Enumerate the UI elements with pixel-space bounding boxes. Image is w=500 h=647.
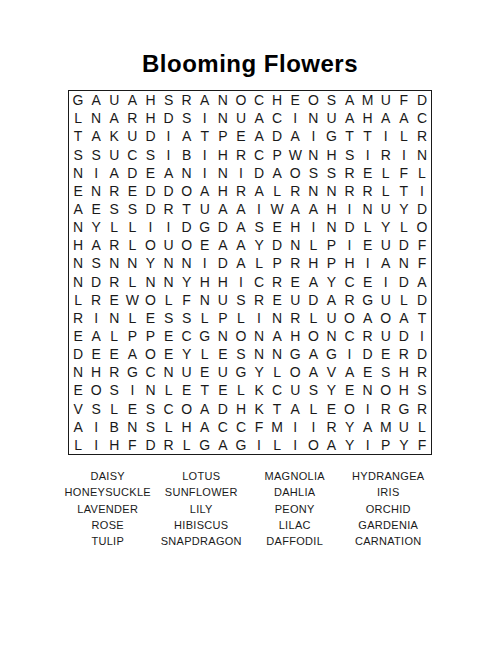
grid-cell[interactable]: S: [123, 200, 141, 218]
grid-cell[interactable]: S: [341, 145, 359, 163]
grid-cell[interactable]: O: [178, 400, 196, 418]
grid-cell[interactable]: C: [123, 145, 141, 163]
grid-cell[interactable]: H: [395, 381, 413, 399]
grid-cell[interactable]: E: [232, 127, 250, 145]
grid-cell[interactable]: I: [377, 272, 395, 290]
grid-cell[interactable]: Y: [395, 200, 413, 218]
grid-cell[interactable]: N: [105, 254, 123, 272]
grid-cell[interactable]: O: [304, 327, 322, 345]
grid-cell[interactable]: A: [250, 127, 268, 145]
grid-cell[interactable]: R: [160, 436, 178, 454]
grid-cell[interactable]: D: [268, 236, 286, 254]
grid-cell[interactable]: G: [359, 291, 377, 309]
grid-cell[interactable]: H: [322, 145, 340, 163]
grid-cell[interactable]: I: [286, 109, 304, 127]
grid-cell[interactable]: N: [359, 381, 377, 399]
grid-cell[interactable]: L: [395, 291, 413, 309]
grid-cell[interactable]: E: [69, 182, 87, 200]
grid-cell[interactable]: L: [413, 164, 431, 182]
grid-cell[interactable]: H: [141, 91, 159, 109]
grid-cell[interactable]: R: [123, 109, 141, 127]
grid-cell[interactable]: U: [322, 309, 340, 327]
grid-cell[interactable]: Y: [395, 436, 413, 454]
grid-cell[interactable]: U: [286, 291, 304, 309]
grid-cell[interactable]: L: [105, 327, 123, 345]
grid-cell[interactable]: O: [178, 236, 196, 254]
grid-cell[interactable]: U: [105, 145, 123, 163]
grid-cell[interactable]: A: [304, 363, 322, 381]
grid-cell[interactable]: D: [214, 254, 232, 272]
grid-cell[interactable]: I: [359, 436, 377, 454]
grid-cell[interactable]: A: [87, 127, 105, 145]
grid-cell[interactable]: H: [232, 400, 250, 418]
grid-cell[interactable]: G: [395, 400, 413, 418]
grid-cell[interactable]: L: [105, 218, 123, 236]
grid-cell[interactable]: E: [123, 400, 141, 418]
grid-cell[interactable]: U: [377, 291, 395, 309]
grid-cell[interactable]: R: [377, 400, 395, 418]
grid-cell[interactable]: I: [87, 436, 105, 454]
grid-cell[interactable]: N: [69, 363, 87, 381]
grid-cell[interactable]: L: [69, 436, 87, 454]
grid-cell[interactable]: I: [160, 218, 178, 236]
grid-cell[interactable]: A: [268, 327, 286, 345]
grid-cell[interactable]: A: [395, 109, 413, 127]
grid-cell[interactable]: L: [123, 309, 141, 327]
grid-cell[interactable]: H: [359, 109, 377, 127]
grid-cell[interactable]: Y: [178, 345, 196, 363]
grid-cell[interactable]: D: [214, 400, 232, 418]
grid-cell[interactable]: L: [250, 254, 268, 272]
grid-cell[interactable]: A: [341, 91, 359, 109]
grid-cell[interactable]: D: [141, 127, 159, 145]
grid-cell[interactable]: O: [304, 91, 322, 109]
grid-cell[interactable]: A: [268, 164, 286, 182]
grid-cell[interactable]: A: [105, 164, 123, 182]
grid-cell[interactable]: E: [105, 291, 123, 309]
grid-cell[interactable]: L: [160, 291, 178, 309]
grid-cell[interactable]: N: [322, 182, 340, 200]
grid-cell[interactable]: Y: [341, 418, 359, 436]
grid-cell[interactable]: O: [377, 381, 395, 399]
grid-cell[interactable]: D: [250, 164, 268, 182]
grid-cell[interactable]: A: [304, 272, 322, 290]
grid-cell[interactable]: L: [160, 418, 178, 436]
grid-cell[interactable]: N: [250, 327, 268, 345]
grid-cell[interactable]: U: [377, 200, 395, 218]
grid-cell[interactable]: L: [377, 164, 395, 182]
grid-cell[interactable]: I: [232, 164, 250, 182]
grid-cell[interactable]: W: [268, 200, 286, 218]
grid-cell[interactable]: O: [377, 309, 395, 327]
grid-cell[interactable]: N: [250, 345, 268, 363]
grid-cell[interactable]: C: [250, 91, 268, 109]
grid-cell[interactable]: M: [377, 418, 395, 436]
grid-cell[interactable]: A: [341, 363, 359, 381]
grid-cell[interactable]: A: [304, 345, 322, 363]
grid-cell[interactable]: A: [196, 182, 214, 200]
grid-cell[interactable]: A: [69, 200, 87, 218]
grid-cell[interactable]: R: [250, 291, 268, 309]
grid-cell[interactable]: A: [232, 218, 250, 236]
grid-cell[interactable]: A: [87, 327, 105, 345]
grid-cell[interactable]: C: [178, 327, 196, 345]
grid-cell[interactable]: N: [286, 236, 304, 254]
grid-cell[interactable]: N: [87, 182, 105, 200]
grid-cell[interactable]: I: [160, 145, 178, 163]
grid-cell[interactable]: A: [250, 182, 268, 200]
grid-cell[interactable]: E: [87, 200, 105, 218]
grid-cell[interactable]: E: [196, 363, 214, 381]
grid-cell[interactable]: D: [268, 127, 286, 145]
grid-cell[interactable]: L: [413, 418, 431, 436]
grid-cell[interactable]: R: [286, 182, 304, 200]
grid-cell[interactable]: E: [141, 309, 159, 327]
grid-cell[interactable]: C: [214, 418, 232, 436]
grid-cell[interactable]: R: [341, 182, 359, 200]
grid-cell[interactable]: S: [250, 218, 268, 236]
grid-cell[interactable]: C: [341, 272, 359, 290]
grid-cell[interactable]: I: [196, 145, 214, 163]
grid-cell[interactable]: O: [178, 182, 196, 200]
grid-cell[interactable]: A: [413, 272, 431, 290]
grid-cell[interactable]: O: [286, 363, 304, 381]
grid-cell[interactable]: C: [268, 109, 286, 127]
grid-cell[interactable]: A: [214, 436, 232, 454]
grid-cell[interactable]: N: [322, 327, 340, 345]
grid-cell[interactable]: R: [105, 272, 123, 290]
grid-cell[interactable]: R: [377, 145, 395, 163]
grid-cell[interactable]: A: [286, 200, 304, 218]
grid-cell[interactable]: I: [286, 436, 304, 454]
grid-cell[interactable]: L: [178, 436, 196, 454]
grid-cell[interactable]: T: [196, 381, 214, 399]
grid-cell[interactable]: I: [359, 400, 377, 418]
grid-cell[interactable]: D: [87, 272, 105, 290]
grid-cell[interactable]: N: [196, 291, 214, 309]
grid-cell[interactable]: C: [250, 145, 268, 163]
grid-cell[interactable]: I: [87, 418, 105, 436]
grid-cell[interactable]: N: [87, 109, 105, 127]
grid-cell[interactable]: G: [286, 345, 304, 363]
grid-cell[interactable]: T: [413, 309, 431, 327]
grid-cell[interactable]: U: [178, 363, 196, 381]
grid-cell[interactable]: L: [268, 363, 286, 381]
grid-cell[interactable]: L: [232, 381, 250, 399]
grid-cell[interactable]: U: [196, 200, 214, 218]
grid-cell[interactable]: N: [214, 109, 232, 127]
grid-cell[interactable]: E: [69, 327, 87, 345]
grid-cell[interactable]: Y: [377, 218, 395, 236]
grid-cell[interactable]: I: [359, 254, 377, 272]
grid-cell[interactable]: A: [304, 200, 322, 218]
grid-cell[interactable]: G: [232, 363, 250, 381]
grid-cell[interactable]: R: [359, 182, 377, 200]
grid-cell[interactable]: S: [87, 145, 105, 163]
grid-cell[interactable]: E: [214, 345, 232, 363]
grid-cell[interactable]: P: [322, 254, 340, 272]
grid-cell[interactable]: L: [304, 309, 322, 327]
grid-cell[interactable]: K: [250, 381, 268, 399]
grid-cell[interactable]: A: [196, 418, 214, 436]
grid-cell[interactable]: E: [322, 400, 340, 418]
grid-cell[interactable]: R: [286, 254, 304, 272]
grid-cell[interactable]: A: [232, 200, 250, 218]
grid-cell[interactable]: F: [250, 418, 268, 436]
grid-cell[interactable]: D: [395, 327, 413, 345]
grid-cell[interactable]: H: [395, 363, 413, 381]
grid-cell[interactable]: L: [69, 291, 87, 309]
grid-cell[interactable]: D: [395, 272, 413, 290]
grid-cell[interactable]: D: [141, 200, 159, 218]
grid-cell[interactable]: A: [322, 291, 340, 309]
grid-cell[interactable]: A: [322, 436, 340, 454]
grid-cell[interactable]: I: [250, 309, 268, 327]
grid-cell[interactable]: D: [413, 345, 431, 363]
grid-cell[interactable]: S: [141, 400, 159, 418]
grid-cell[interactable]: L: [268, 436, 286, 454]
grid-cell[interactable]: A: [377, 109, 395, 127]
grid-cell[interactable]: E: [377, 345, 395, 363]
grid-cell[interactable]: F: [178, 291, 196, 309]
grid-cell[interactable]: F: [395, 91, 413, 109]
grid-cell[interactable]: S: [413, 381, 431, 399]
grid-cell[interactable]: H: [141, 109, 159, 127]
grid-cell[interactable]: S: [105, 381, 123, 399]
grid-cell[interactable]: N: [178, 164, 196, 182]
grid-cell[interactable]: N: [141, 272, 159, 290]
grid-cell[interactable]: H: [286, 218, 304, 236]
grid-cell[interactable]: P: [123, 327, 141, 345]
grid-cell[interactable]: O: [304, 436, 322, 454]
grid-cell[interactable]: E: [359, 363, 377, 381]
grid-cell[interactable]: N: [160, 272, 178, 290]
grid-cell[interactable]: U: [395, 418, 413, 436]
grid-cell[interactable]: E: [286, 91, 304, 109]
grid-cell[interactable]: O: [341, 309, 359, 327]
grid-cell[interactable]: N: [268, 345, 286, 363]
grid-cell[interactable]: M: [359, 91, 377, 109]
grid-cell[interactable]: T: [268, 400, 286, 418]
grid-cell[interactable]: A: [196, 91, 214, 109]
grid-cell[interactable]: I: [413, 327, 431, 345]
grid-cell[interactable]: I: [196, 109, 214, 127]
grid-cell[interactable]: D: [304, 291, 322, 309]
grid-cell[interactable]: A: [214, 200, 232, 218]
grid-cell[interactable]: L: [196, 345, 214, 363]
grid-cell[interactable]: P: [268, 145, 286, 163]
grid-cell[interactable]: U: [377, 236, 395, 254]
grid-cell[interactable]: A: [359, 309, 377, 327]
grid-cell[interactable]: N: [304, 109, 322, 127]
grid-cell[interactable]: A: [123, 91, 141, 109]
grid-cell[interactable]: F: [413, 254, 431, 272]
grid-cell[interactable]: R: [413, 363, 431, 381]
grid-cell[interactable]: U: [322, 109, 340, 127]
grid-cell[interactable]: T: [359, 127, 377, 145]
grid-cell[interactable]: D: [413, 200, 431, 218]
grid-cell[interactable]: A: [232, 236, 250, 254]
grid-cell[interactable]: E: [160, 327, 178, 345]
grid-cell[interactable]: O: [232, 327, 250, 345]
grid-cell[interactable]: I: [286, 418, 304, 436]
grid-cell[interactable]: A: [178, 127, 196, 145]
grid-cell[interactable]: N: [123, 418, 141, 436]
grid-cell[interactable]: S: [322, 91, 340, 109]
grid-cell[interactable]: E: [105, 345, 123, 363]
grid-cell[interactable]: R: [268, 272, 286, 290]
grid-cell[interactable]: F: [123, 436, 141, 454]
grid-cell[interactable]: U: [377, 327, 395, 345]
grid-cell[interactable]: N: [413, 145, 431, 163]
grid-cell[interactable]: I: [304, 127, 322, 145]
grid-cell[interactable]: I: [196, 254, 214, 272]
grid-cell[interactable]: A: [87, 236, 105, 254]
grid-cell[interactable]: T: [395, 182, 413, 200]
grid-cell[interactable]: P: [214, 127, 232, 145]
grid-cell[interactable]: S: [232, 291, 250, 309]
grid-cell[interactable]: L: [196, 309, 214, 327]
grid-cell[interactable]: Y: [341, 436, 359, 454]
grid-cell[interactable]: P: [268, 254, 286, 272]
grid-cell[interactable]: B: [178, 145, 196, 163]
grid-cell[interactable]: H: [286, 327, 304, 345]
grid-cell[interactable]: E: [268, 218, 286, 236]
grid-cell[interactable]: I: [87, 309, 105, 327]
grid-cell[interactable]: U: [232, 109, 250, 127]
grid-cell[interactable]: S: [304, 164, 322, 182]
grid-cell[interactable]: N: [304, 145, 322, 163]
grid-cell[interactable]: E: [178, 381, 196, 399]
grid-cell[interactable]: A: [395, 309, 413, 327]
grid-cell[interactable]: C: [413, 109, 431, 127]
grid-cell[interactable]: E: [286, 272, 304, 290]
grid-cell[interactable]: A: [341, 109, 359, 127]
grid-cell[interactable]: N: [395, 254, 413, 272]
grid-cell[interactable]: D: [123, 164, 141, 182]
grid-cell[interactable]: V: [322, 363, 340, 381]
grid-cell[interactable]: H: [214, 145, 232, 163]
grid-cell[interactable]: R: [105, 236, 123, 254]
grid-cell[interactable]: T: [69, 127, 87, 145]
grid-cell[interactable]: S: [105, 200, 123, 218]
grid-cell[interactable]: O: [87, 381, 105, 399]
grid-cell[interactable]: I: [232, 272, 250, 290]
grid-cell[interactable]: S: [322, 164, 340, 182]
grid-cell[interactable]: K: [105, 127, 123, 145]
grid-cell[interactable]: A: [123, 345, 141, 363]
grid-cell[interactable]: Y: [141, 254, 159, 272]
grid-cell[interactable]: O: [341, 400, 359, 418]
grid-cell[interactable]: E: [359, 272, 377, 290]
grid-cell[interactable]: G: [69, 91, 87, 109]
grid-cell[interactable]: I: [304, 218, 322, 236]
grid-cell[interactable]: L: [359, 218, 377, 236]
grid-cell[interactable]: N: [214, 91, 232, 109]
grid-cell[interactable]: R: [232, 182, 250, 200]
grid-cell[interactable]: T: [178, 200, 196, 218]
grid-cell[interactable]: Y: [178, 272, 196, 290]
grid-cell[interactable]: R: [178, 91, 196, 109]
grid-cell[interactable]: A: [160, 164, 178, 182]
grid-cell[interactable]: D: [413, 91, 431, 109]
grid-cell[interactable]: R: [286, 309, 304, 327]
grid-cell[interactable]: U: [123, 127, 141, 145]
grid-cell[interactable]: R: [341, 164, 359, 182]
grid-cell[interactable]: H: [196, 272, 214, 290]
grid-cell[interactable]: L: [123, 218, 141, 236]
grid-cell[interactable]: I: [341, 200, 359, 218]
grid-cell[interactable]: D: [214, 218, 232, 236]
grid-cell[interactable]: S: [160, 309, 178, 327]
grid-cell[interactable]: S: [87, 400, 105, 418]
grid-cell[interactable]: W: [123, 291, 141, 309]
grid-cell[interactable]: N: [160, 363, 178, 381]
grid-cell[interactable]: I: [250, 436, 268, 454]
grid-cell[interactable]: E: [341, 381, 359, 399]
grid-cell[interactable]: I: [359, 145, 377, 163]
grid-cell[interactable]: N: [322, 218, 340, 236]
grid-cell[interactable]: L: [232, 309, 250, 327]
grid-cell[interactable]: Y: [87, 218, 105, 236]
grid-cell[interactable]: S: [160, 91, 178, 109]
grid-cell[interactable]: N: [214, 327, 232, 345]
grid-cell[interactable]: Y: [250, 236, 268, 254]
grid-cell[interactable]: L: [105, 400, 123, 418]
grid-cell[interactable]: S: [178, 309, 196, 327]
grid-cell[interactable]: S: [178, 109, 196, 127]
grid-cell[interactable]: E: [123, 182, 141, 200]
grid-cell[interactable]: E: [268, 291, 286, 309]
grid-cell[interactable]: D: [160, 182, 178, 200]
grid-cell[interactable]: D: [359, 345, 377, 363]
grid-cell[interactable]: R: [69, 309, 87, 327]
grid-cell[interactable]: N: [69, 254, 87, 272]
grid-cell[interactable]: K: [250, 400, 268, 418]
grid-cell[interactable]: G: [322, 127, 340, 145]
grid-cell[interactable]: R: [105, 182, 123, 200]
grid-cell[interactable]: U: [214, 363, 232, 381]
grid-cell[interactable]: L: [268, 182, 286, 200]
grid-cell[interactable]: L: [69, 109, 87, 127]
grid-cell[interactable]: I: [123, 381, 141, 399]
grid-cell[interactable]: Y: [250, 363, 268, 381]
grid-cell[interactable]: I: [341, 345, 359, 363]
grid-cell[interactable]: R: [341, 291, 359, 309]
grid-cell[interactable]: Y: [322, 381, 340, 399]
grid-cell[interactable]: T: [341, 127, 359, 145]
grid-cell[interactable]: S: [377, 363, 395, 381]
grid-cell[interactable]: S: [141, 418, 159, 436]
grid-cell[interactable]: A: [196, 400, 214, 418]
grid-cell[interactable]: G: [196, 436, 214, 454]
grid-cell[interactable]: A: [105, 109, 123, 127]
grid-cell[interactable]: V: [69, 400, 87, 418]
grid-cell[interactable]: F: [395, 164, 413, 182]
grid-cell[interactable]: E: [141, 164, 159, 182]
grid-cell[interactable]: L: [160, 381, 178, 399]
grid-cell[interactable]: R: [413, 400, 431, 418]
grid-cell[interactable]: U: [160, 236, 178, 254]
grid-cell[interactable]: E: [87, 345, 105, 363]
grid-cell[interactable]: N: [304, 182, 322, 200]
grid-cell[interactable]: S: [87, 254, 105, 272]
grid-cell[interactable]: G: [322, 345, 340, 363]
grid-cell[interactable]: F: [413, 236, 431, 254]
grid-cell[interactable]: D: [160, 109, 178, 127]
grid-cell[interactable]: L: [304, 236, 322, 254]
grid-cell[interactable]: P: [141, 327, 159, 345]
